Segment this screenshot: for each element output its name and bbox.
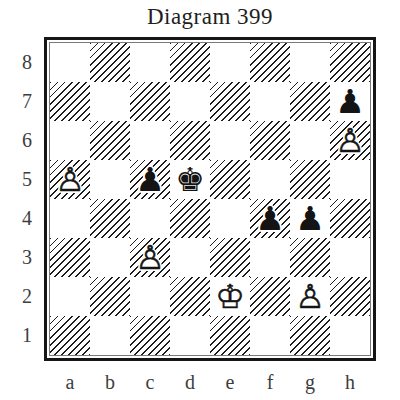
square-e8 xyxy=(210,43,250,82)
square-c7 xyxy=(130,82,170,121)
square-h7: ♟♟ xyxy=(330,82,370,121)
square-h3 xyxy=(330,238,370,277)
white-pawn: ♙ xyxy=(330,121,370,160)
square-f3 xyxy=(250,238,290,277)
square-a5: ♟♙ xyxy=(50,160,90,199)
file-label-g: g xyxy=(290,368,330,396)
file-label-b: b xyxy=(90,368,130,396)
square-b6 xyxy=(90,121,130,160)
file-label-e: e xyxy=(210,368,250,396)
black-pawn-halo: ♟ xyxy=(330,82,370,121)
square-d8 xyxy=(170,43,210,82)
rank-label-7: 7 xyxy=(16,82,38,121)
square-f6 xyxy=(250,121,290,160)
file-label-a: a xyxy=(50,368,90,396)
square-d6 xyxy=(170,121,210,160)
square-c6 xyxy=(130,121,170,160)
white-pawn-halo: ♟ xyxy=(290,277,330,316)
square-b8 xyxy=(90,43,130,82)
file-label-c: c xyxy=(130,368,170,396)
square-g2: ♟♙ xyxy=(290,277,330,316)
square-e7 xyxy=(210,82,250,121)
square-h8 xyxy=(330,43,370,82)
board-grid: ♟♟♟♙♟♙♟♟♚♚♟♟♟♟♟♙♚♔♟♙ xyxy=(50,43,370,355)
rank-label-6: 6 xyxy=(16,121,38,160)
square-b7 xyxy=(90,82,130,121)
black-pawn: ♟ xyxy=(130,160,170,199)
white-pawn: ♙ xyxy=(130,238,170,277)
black-pawn: ♟ xyxy=(330,82,370,121)
black-king-halo: ♚ xyxy=(170,160,210,199)
file-label-d: d xyxy=(170,368,210,396)
white-pawn-halo: ♟ xyxy=(330,121,370,160)
square-d5: ♚♚ xyxy=(170,160,210,199)
square-e2: ♚♔ xyxy=(210,277,250,316)
square-e3 xyxy=(210,238,250,277)
diagram-title: Diagram 399 xyxy=(44,4,376,30)
square-g4: ♟♟ xyxy=(290,199,330,238)
rank-label-2: 2 xyxy=(16,277,38,316)
square-a3 xyxy=(50,238,90,277)
black-pawn-halo: ♟ xyxy=(250,199,290,238)
square-h4 xyxy=(330,199,370,238)
square-f7 xyxy=(250,82,290,121)
board-inner-border: ♟♟♟♙♟♙♟♟♚♚♟♟♟♟♟♙♚♔♟♙ xyxy=(49,42,371,356)
square-c3: ♟♙ xyxy=(130,238,170,277)
board-frame: ♟♟♟♙♟♙♟♟♚♚♟♟♟♟♟♙♚♔♟♙ xyxy=(44,37,376,361)
square-e1 xyxy=(210,316,250,355)
square-f2 xyxy=(250,277,290,316)
black-pawn: ♟ xyxy=(290,199,330,238)
file-label-h: h xyxy=(330,368,370,396)
square-d1 xyxy=(170,316,210,355)
square-d2 xyxy=(170,277,210,316)
square-b4 xyxy=(90,199,130,238)
square-h5 xyxy=(330,160,370,199)
square-e5 xyxy=(210,160,250,199)
black-pawn-halo: ♟ xyxy=(130,160,170,199)
square-g6 xyxy=(290,121,330,160)
white-pawn: ♙ xyxy=(50,160,90,199)
square-f8 xyxy=(250,43,290,82)
white-king-halo: ♚ xyxy=(210,277,250,316)
square-e4 xyxy=(210,199,250,238)
black-king: ♚ xyxy=(170,160,210,199)
square-d7 xyxy=(170,82,210,121)
square-c8 xyxy=(130,43,170,82)
rank-label-3: 3 xyxy=(16,238,38,277)
square-d4 xyxy=(170,199,210,238)
square-g3 xyxy=(290,238,330,277)
square-g5 xyxy=(290,160,330,199)
file-label-f: f xyxy=(250,368,290,396)
square-h6: ♟♙ xyxy=(330,121,370,160)
white-king: ♔ xyxy=(210,277,250,316)
square-d3 xyxy=(170,238,210,277)
rank-label-4: 4 xyxy=(16,199,38,238)
rank-label-1: 1 xyxy=(16,316,38,355)
chess-diagram-page: Diagram 399 ♟♟♟♙♟♙♟♟♚♚♟♟♟♟♟♙♚♔♟♙ 8765432… xyxy=(0,0,400,400)
square-a4 xyxy=(50,199,90,238)
square-g1 xyxy=(290,316,330,355)
square-h2 xyxy=(330,277,370,316)
square-b1 xyxy=(90,316,130,355)
square-c2 xyxy=(130,277,170,316)
square-a1 xyxy=(50,316,90,355)
white-pawn-halo: ♟ xyxy=(50,160,90,199)
square-h1 xyxy=(330,316,370,355)
square-c1 xyxy=(130,316,170,355)
white-pawn: ♙ xyxy=(290,277,330,316)
square-f5 xyxy=(250,160,290,199)
square-c5: ♟♟ xyxy=(130,160,170,199)
square-a7 xyxy=(50,82,90,121)
square-a2 xyxy=(50,277,90,316)
square-b2 xyxy=(90,277,130,316)
square-c4 xyxy=(130,199,170,238)
square-b5 xyxy=(90,160,130,199)
square-a8 xyxy=(50,43,90,82)
square-a6 xyxy=(50,121,90,160)
black-pawn: ♟ xyxy=(250,199,290,238)
square-e6 xyxy=(210,121,250,160)
black-pawn-halo: ♟ xyxy=(290,199,330,238)
white-pawn-halo: ♟ xyxy=(130,238,170,277)
rank-label-5: 5 xyxy=(16,160,38,199)
square-f1 xyxy=(250,316,290,355)
square-g8 xyxy=(290,43,330,82)
rank-label-8: 8 xyxy=(16,43,38,82)
square-b3 xyxy=(90,238,130,277)
square-g7 xyxy=(290,82,330,121)
square-f4: ♟♟ xyxy=(250,199,290,238)
